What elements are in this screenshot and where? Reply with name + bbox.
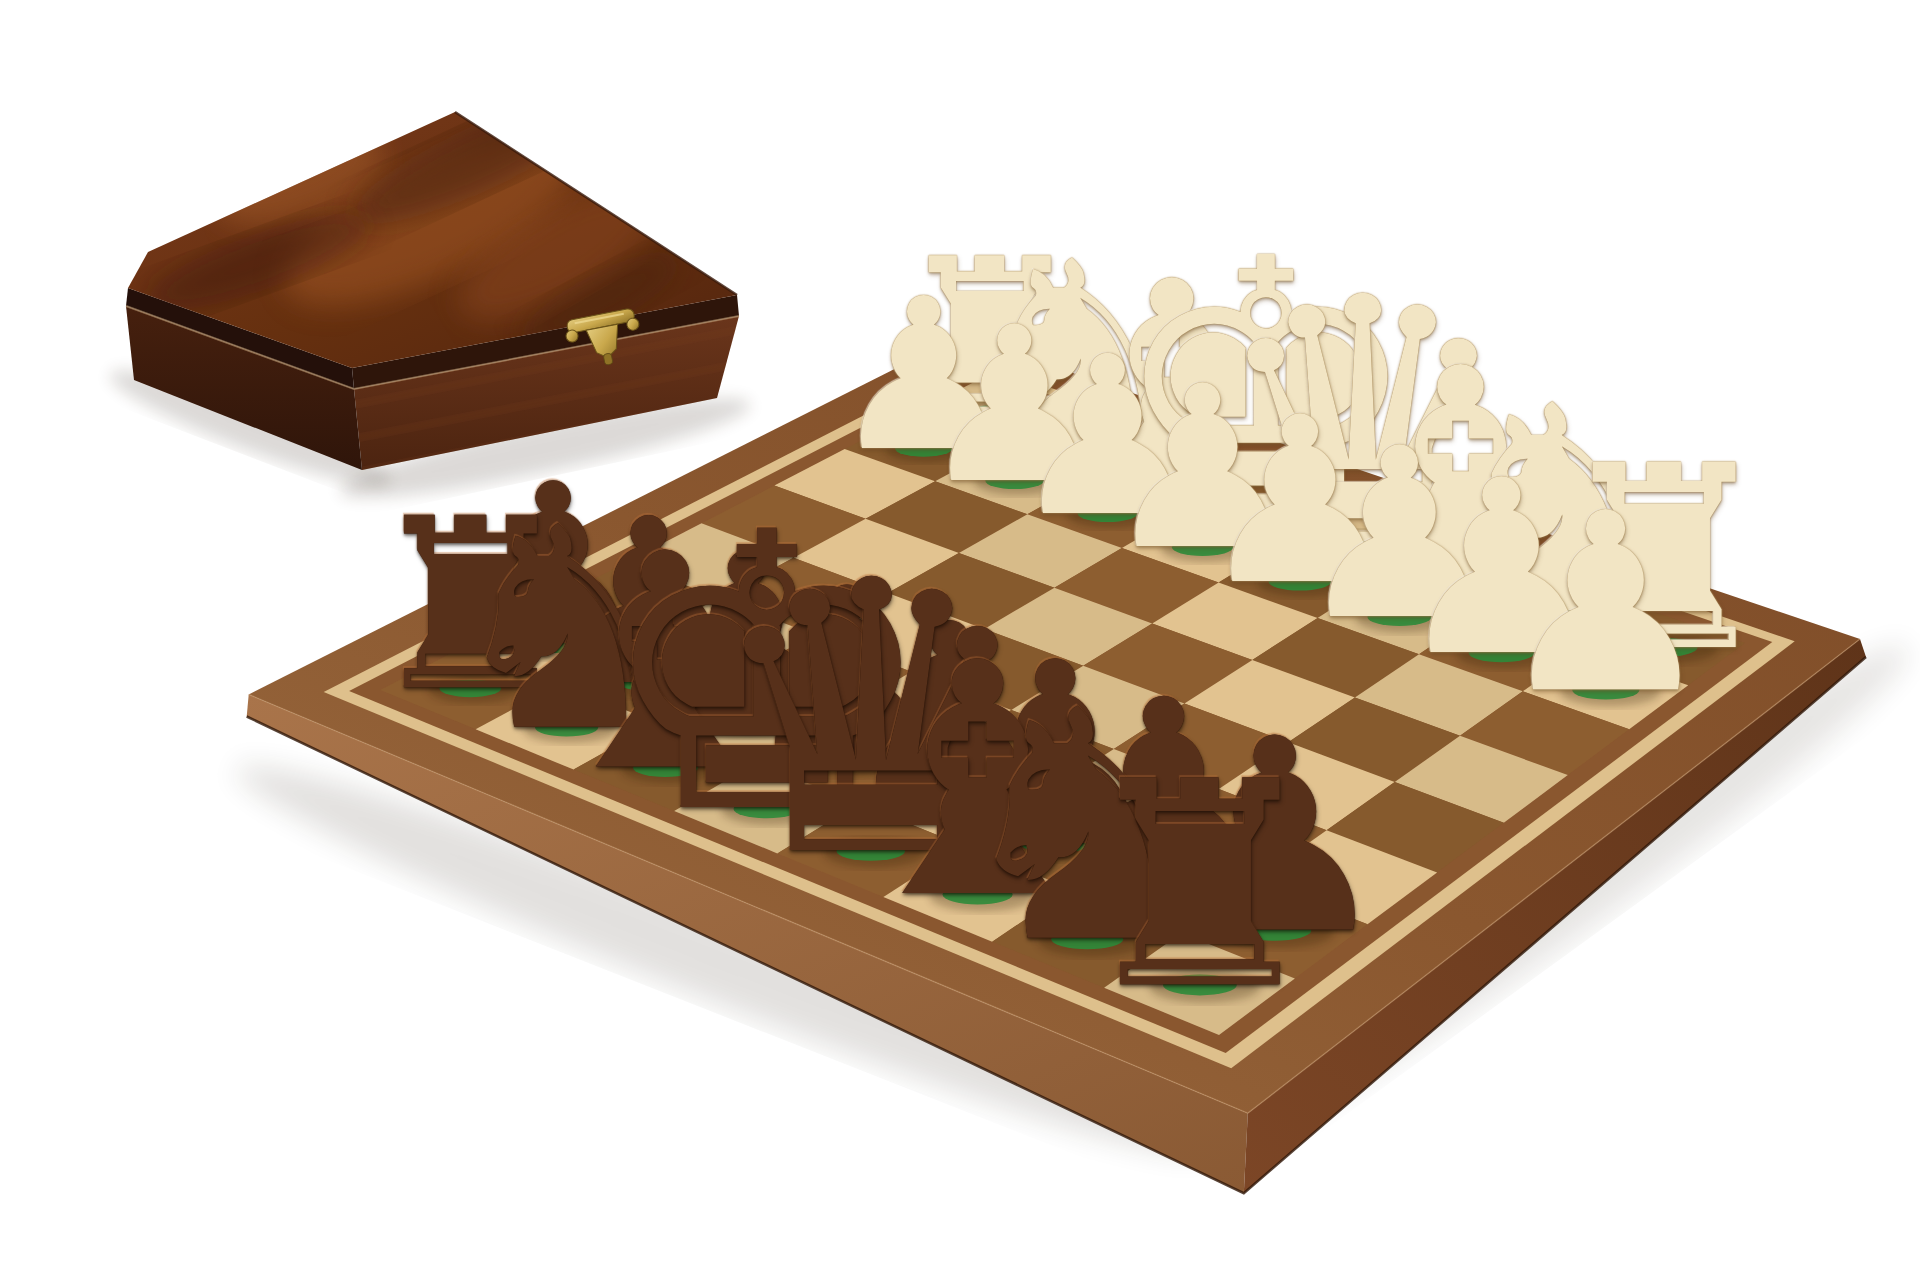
- felt-b8: [1051, 929, 1123, 949]
- felt-d8: [837, 842, 905, 861]
- felt-f1: [1142, 468, 1201, 485]
- felt-e7: [814, 752, 880, 771]
- felt-d2: [1269, 573, 1332, 591]
- felt-a7: [1239, 920, 1312, 941]
- felt-h2: [895, 440, 952, 456]
- felt-h8: [439, 680, 501, 697]
- felt-b2: [1469, 644, 1535, 663]
- felt-e2: [1172, 539, 1233, 556]
- felt-h7: [523, 636, 584, 653]
- felt-c7: [1021, 834, 1090, 854]
- felt-e1: [1236, 501, 1296, 518]
- photo-scene: ♜♞♟♝♟♚♟♛♟♝♟♞♟♟♜♟♟♜♟♟♞♟♝♟♚♟♛♟♝♟♞♜: [0, 0, 1920, 1280]
- felt-c2: [1367, 608, 1431, 626]
- felt-f8: [633, 759, 698, 777]
- felt-c1: [1429, 568, 1492, 586]
- felt-b7: [1128, 876, 1199, 896]
- scene-svg: [0, 0, 1920, 1280]
- felt-d1: [1331, 534, 1393, 552]
- felt-g1: [1051, 437, 1109, 453]
- felt-a2: [1572, 680, 1639, 699]
- felt-f2: [1078, 505, 1138, 522]
- felt-f7: [715, 712, 779, 730]
- felt-e8: [734, 799, 800, 818]
- felt-g2: [985, 472, 1043, 489]
- felt-h1: [962, 406, 1019, 422]
- felt-d7: [916, 792, 983, 811]
- felt-g7: [618, 673, 680, 691]
- felt-a8: [1163, 974, 1237, 995]
- felt-g8: [535, 719, 598, 737]
- felt-c8: [943, 885, 1013, 905]
- felt-b1: [1529, 603, 1594, 621]
- felt-a1: [1631, 638, 1697, 657]
